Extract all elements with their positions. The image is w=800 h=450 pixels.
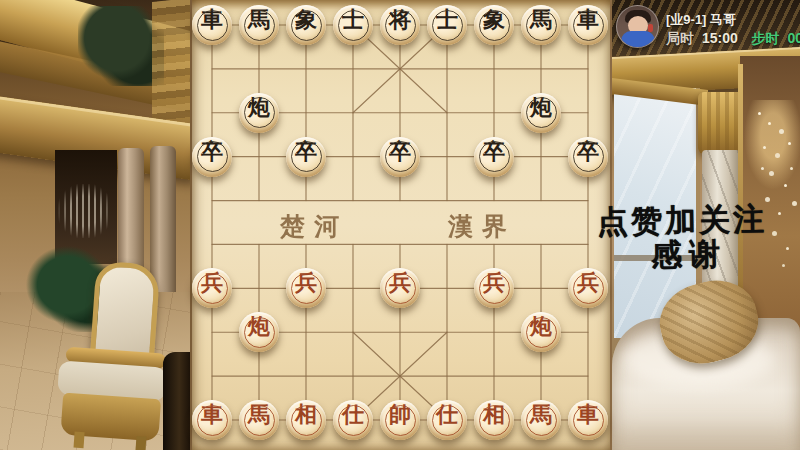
- piece-glyph: 車: [192, 5, 232, 35]
- piece-red-soldier[interactable]: 兵: [286, 268, 326, 308]
- piece-red-chariot[interactable]: 車: [568, 400, 608, 440]
- piece-black-advisor[interactable]: 士: [427, 5, 467, 45]
- piece-red-advisor[interactable]: 仕: [333, 400, 373, 440]
- move-time-value: 00:30: [787, 30, 800, 46]
- glassware-decor: [58, 184, 112, 238]
- piece-glyph: 士: [333, 5, 373, 35]
- piece-glyph: 車: [192, 400, 232, 430]
- piece-glyph: 馬: [521, 400, 561, 430]
- piece-glyph: 将: [380, 5, 420, 35]
- piece-glyph: 炮: [239, 93, 279, 123]
- piece-black-cannon[interactable]: 炮: [521, 93, 561, 133]
- piece-glyph: 卒: [192, 137, 232, 167]
- avatar-detail: [648, 24, 653, 32]
- piece-red-soldier[interactable]: 兵: [192, 268, 232, 308]
- piece-glyph: 兵: [286, 268, 326, 298]
- chandelier-crystals-decor: [758, 112, 761, 115]
- piece-glyph: 象: [286, 5, 326, 35]
- piece-glyph: 卒: [380, 137, 420, 167]
- piece-glyph: 象: [474, 5, 514, 35]
- piece-red-horse[interactable]: 馬: [239, 400, 279, 440]
- piece-glyph: 炮: [239, 312, 279, 342]
- piece-glyph: 帥: [380, 400, 420, 430]
- piece-red-cannon[interactable]: 炮: [521, 312, 561, 352]
- piece-glyph: 相: [286, 400, 326, 430]
- player-name: [业9-1] 马哥: [666, 11, 736, 29]
- piece-glyph: 車: [568, 400, 608, 430]
- piece-black-soldier[interactable]: 卒: [192, 137, 232, 177]
- stream-frame: 楚河 漢界 車馬象士将士象馬車炮炮卒卒卒卒卒兵兵兵兵兵炮炮車馬相仕帥仕相馬車 […: [0, 0, 800, 450]
- piece-black-general[interactable]: 将: [380, 5, 420, 45]
- avatar-shirt: [621, 31, 655, 48]
- piece-glyph: 兵: [568, 268, 608, 298]
- piece-red-chariot[interactable]: 車: [192, 400, 232, 440]
- piece-glyph: 卒: [286, 137, 326, 167]
- chandelier-glow-decor: [744, 100, 800, 190]
- piece-glyph: 卒: [474, 137, 514, 167]
- piece-black-horse[interactable]: 馬: [239, 5, 279, 45]
- chair-leg: [135, 436, 146, 450]
- piece-black-advisor[interactable]: 士: [333, 5, 373, 45]
- piece-glyph: 兵: [380, 268, 420, 298]
- piece-glyph: 仕: [427, 400, 467, 430]
- piece-red-cannon[interactable]: 炮: [239, 312, 279, 352]
- piece-red-elephant[interactable]: 相: [474, 400, 514, 440]
- background-left-gold-room: [0, 0, 190, 450]
- piece-black-elephant[interactable]: 象: [286, 5, 326, 45]
- piece-black-soldier[interactable]: 卒: [286, 137, 326, 177]
- piece-red-soldier[interactable]: 兵: [568, 268, 608, 308]
- piece-glyph: 士: [427, 5, 467, 35]
- piece-glyph: 馬: [521, 5, 561, 35]
- piece-red-elephant[interactable]: 相: [286, 400, 326, 440]
- piece-black-elephant[interactable]: 象: [474, 5, 514, 45]
- piece-black-soldier[interactable]: 卒: [568, 137, 608, 177]
- board-grid-lines: [192, 0, 614, 450]
- piece-black-chariot[interactable]: 車: [192, 5, 232, 45]
- piece-red-soldier[interactable]: 兵: [380, 268, 420, 308]
- piece-glyph: 相: [474, 400, 514, 430]
- game-time-value: 15:00: [702, 30, 738, 46]
- gilded-chair-decor: [44, 258, 181, 450]
- player-avatar[interactable]: [616, 5, 659, 48]
- overlay-text-thanks: 感谢: [651, 233, 728, 276]
- piece-black-chariot[interactable]: 車: [568, 5, 608, 45]
- piece-black-cannon[interactable]: 炮: [239, 93, 279, 133]
- piece-black-soldier[interactable]: 卒: [474, 137, 514, 177]
- piece-glyph: 兵: [192, 268, 232, 298]
- xiangqi-board[interactable]: 楚河 漢界 車馬象士将士象馬車炮炮卒卒卒卒卒兵兵兵兵兵炮炮車馬相仕帥仕相馬車: [190, 0, 612, 450]
- piece-glyph: 卒: [568, 137, 608, 167]
- piece-red-general[interactable]: 帥: [380, 400, 420, 440]
- piece-glyph: 馬: [239, 5, 279, 35]
- chair-leg: [74, 432, 85, 449]
- piece-red-advisor[interactable]: 仕: [427, 400, 467, 440]
- piece-glyph: 仕: [333, 400, 373, 430]
- piece-black-soldier[interactable]: 卒: [380, 137, 420, 177]
- piece-red-soldier[interactable]: 兵: [474, 268, 514, 308]
- player-hud: [业9-1] 马哥 局时 15:00 步时 00:30: [616, 5, 800, 51]
- piece-glyph: 馬: [239, 400, 279, 430]
- piece-glyph: 兵: [474, 268, 514, 298]
- piece-glyph: 炮: [521, 93, 561, 123]
- piece-glyph: 車: [568, 5, 608, 35]
- timers-row: 局时 15:00 步时 00:30: [666, 30, 800, 48]
- move-time-label: 步时: [752, 30, 780, 46]
- river-label-han: 漢界: [448, 210, 516, 243]
- piece-black-horse[interactable]: 馬: [521, 5, 561, 45]
- game-time-label: 局时: [666, 30, 694, 46]
- river-label-chu: 楚河: [280, 210, 348, 243]
- piece-glyph: 炮: [521, 312, 561, 342]
- piece-red-horse[interactable]: 馬: [521, 400, 561, 440]
- dark-basket-decor: [163, 352, 190, 450]
